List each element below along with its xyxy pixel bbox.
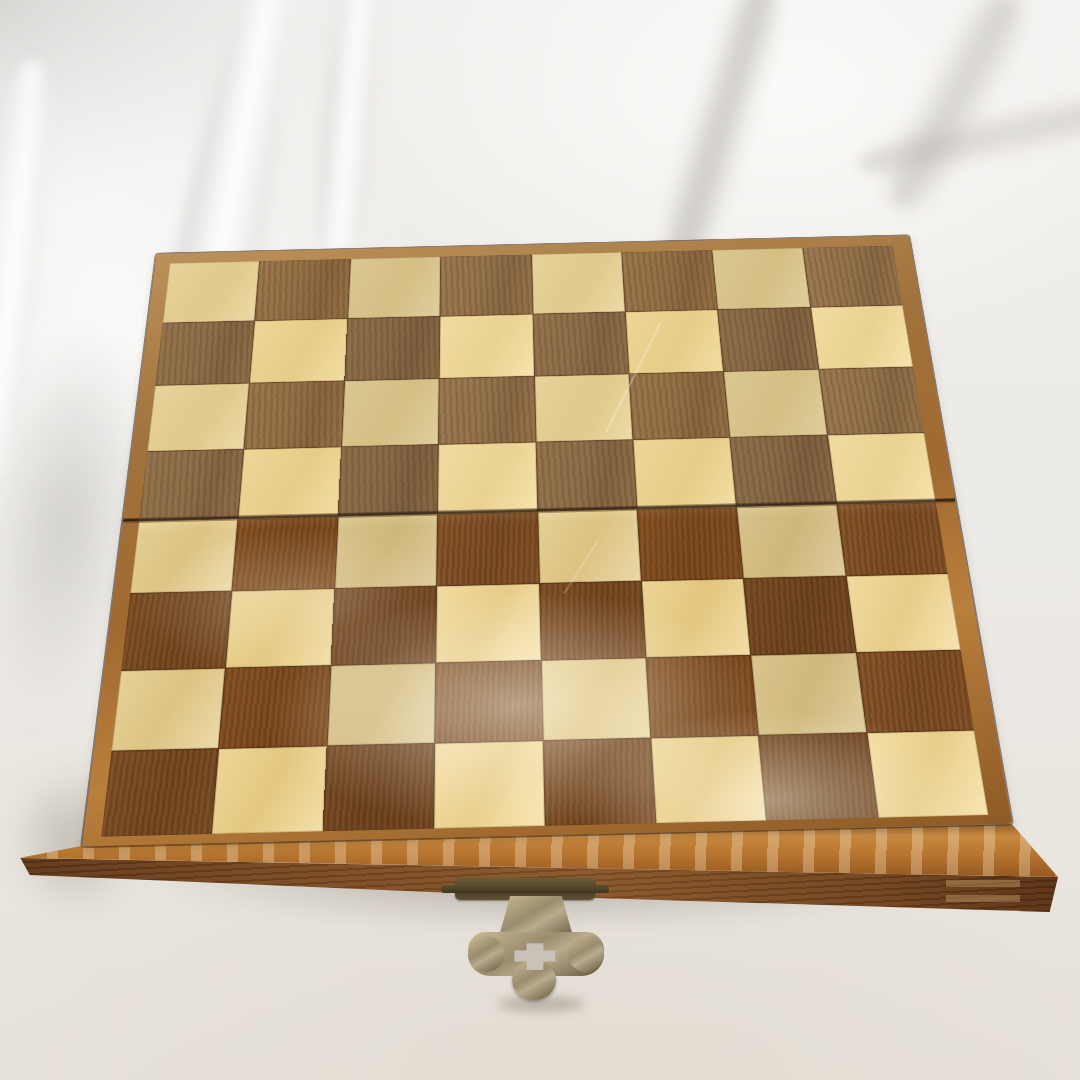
square-d7 (440, 314, 534, 378)
square-e4 (538, 509, 641, 583)
square-g4 (737, 504, 845, 578)
square-g2 (751, 653, 866, 735)
square-f3 (642, 579, 751, 657)
square-f1 (651, 736, 766, 823)
square-d8 (440, 255, 532, 316)
square-e2 (541, 658, 650, 740)
square-e8 (532, 252, 625, 313)
board-grid (101, 246, 988, 837)
square-d4 (437, 511, 538, 585)
square-c4 (335, 514, 437, 588)
square-e1 (543, 739, 655, 826)
square-h8 (803, 246, 903, 307)
square-e5 (536, 440, 636, 511)
square-h6 (819, 367, 924, 434)
square-c1 (323, 744, 434, 831)
square-a3 (121, 591, 231, 669)
square-g7 (718, 307, 818, 371)
board-surface (101, 246, 988, 837)
square-d5 (438, 442, 537, 513)
square-h1 (867, 731, 988, 818)
square-b7 (250, 319, 347, 383)
square-f8 (622, 250, 717, 311)
square-d2 (435, 661, 542, 744)
square-b1 (212, 747, 326, 834)
board-frame (82, 236, 1012, 847)
square-f2 (646, 655, 758, 737)
square-c3 (331, 586, 436, 664)
square-f5 (633, 438, 736, 509)
square-f4 (637, 506, 743, 580)
square-d6 (439, 377, 535, 444)
square-g8 (712, 248, 809, 309)
square-b4 (233, 516, 338, 590)
square-b2 (219, 666, 330, 749)
square-a8 (163, 261, 260, 322)
square-h3 (846, 574, 960, 652)
square-g1 (759, 733, 877, 820)
square-h5 (828, 433, 936, 503)
square-c6 (342, 379, 439, 446)
square-h4 (837, 502, 948, 576)
square-a7 (155, 321, 254, 385)
square-d3 (436, 584, 540, 662)
square-b6 (245, 381, 344, 448)
square-e3 (539, 581, 645, 659)
square-g3 (744, 576, 855, 654)
square-g5 (730, 435, 835, 506)
square-c7 (345, 316, 440, 380)
square-a4 (130, 519, 237, 594)
square-f6 (629, 372, 729, 439)
square-a6 (147, 384, 249, 451)
square-b3 (226, 589, 334, 667)
square-h7 (811, 305, 913, 369)
square-b5 (239, 447, 341, 518)
photo-scene (0, 0, 1080, 1080)
square-a1 (101, 749, 218, 836)
square-b8 (255, 259, 350, 320)
square-a2 (112, 668, 226, 751)
chess-box (20, 30, 1060, 1040)
square-h2 (856, 650, 974, 732)
square-c5 (338, 445, 438, 516)
square-d1 (434, 741, 544, 828)
square-c2 (327, 663, 435, 746)
square-c8 (348, 257, 440, 318)
square-a5 (139, 449, 244, 520)
square-g6 (724, 370, 827, 437)
clasp-shadow (498, 996, 584, 1012)
clasp-hasp-lobe (512, 960, 556, 1000)
square-e7 (533, 312, 628, 376)
